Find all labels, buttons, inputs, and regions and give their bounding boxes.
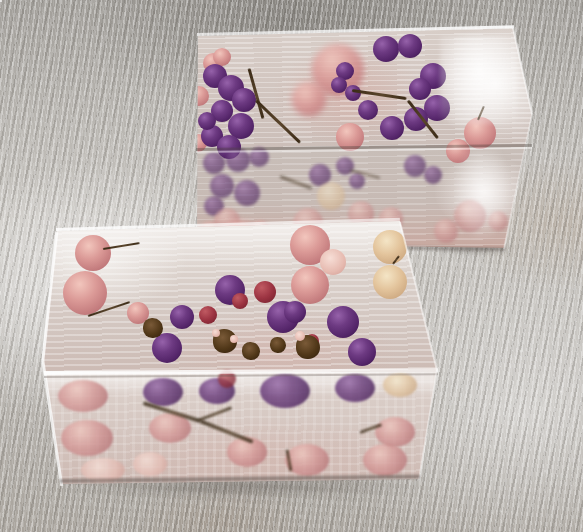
berry-pink xyxy=(285,444,329,476)
berry-purple xyxy=(335,374,375,402)
berry-pink xyxy=(363,444,407,476)
photo-canvas xyxy=(0,0,583,532)
berry-purple xyxy=(336,157,354,175)
berry-tan xyxy=(383,373,417,397)
berry-purple xyxy=(203,152,225,174)
berry-purple xyxy=(404,155,426,177)
berry-purple xyxy=(210,174,234,198)
berry-pink xyxy=(375,417,415,447)
fabric-sparkles xyxy=(0,0,2,2)
berry-purple xyxy=(234,180,260,206)
resin-bright-patch xyxy=(455,150,510,240)
berry-purple xyxy=(143,378,183,406)
berry-purple xyxy=(424,166,442,184)
berry-pink xyxy=(58,380,108,412)
berry-stem xyxy=(199,419,253,444)
berry-purple xyxy=(260,374,310,408)
berry-stem xyxy=(197,406,232,422)
berry-stem xyxy=(279,175,312,190)
berry-tan xyxy=(317,182,345,210)
berry-pink xyxy=(61,420,113,456)
berry-lightpink xyxy=(133,452,167,476)
resin-bright-patch xyxy=(440,36,518,124)
berry-purple xyxy=(349,173,365,189)
